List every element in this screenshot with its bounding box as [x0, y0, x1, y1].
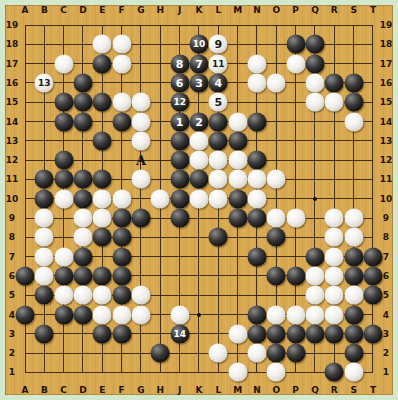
stone-white-M12[interactable]: [228, 151, 247, 170]
stone-black-S16[interactable]: [344, 73, 363, 92]
move-number: 5: [215, 97, 223, 108]
coord-label-left: 17: [6, 59, 19, 68]
stone-black-O6[interactable]: [267, 266, 286, 285]
stone-black-L14[interactable]: [209, 112, 228, 131]
stone-black-L16[interactable]: 4: [209, 73, 228, 92]
go-board[interactable]: AABBCCDDEEFFGGHHJJKKLLMMNNOOPPQQRRSSTT19…: [5, 5, 393, 395]
coord-label-left: 12: [6, 156, 19, 165]
stone-white-G5[interactable]: [131, 286, 150, 305]
stone-black-C6[interactable]: [54, 266, 73, 285]
stone-black-N7[interactable]: [247, 247, 266, 266]
grid-line-horizontal: [25, 372, 373, 373]
coord-label-bottom: J: [178, 386, 181, 395]
coord-label-bottom: O: [273, 386, 281, 395]
stone-white-B7[interactable]: [35, 247, 54, 266]
stone-black-B10[interactable]: [35, 189, 54, 208]
stone-white-M11[interactable]: [228, 170, 247, 189]
stone-black-C11[interactable]: [54, 170, 73, 189]
stone-black-H2[interactable]: [151, 344, 170, 363]
move-number: 14: [173, 329, 186, 338]
coord-label-top: H: [157, 6, 165, 15]
coord-label-left: 10: [6, 194, 19, 203]
coord-label-right: 4: [383, 310, 389, 319]
coord-label-top: S: [350, 6, 356, 15]
stone-black-Q3[interactable]: [305, 324, 324, 343]
stone-white-K13[interactable]: [189, 131, 208, 150]
stone-black-T3[interactable]: [363, 324, 382, 343]
stone-black-D16[interactable]: [73, 73, 92, 92]
coord-label-top: R: [331, 6, 338, 15]
coord-label-right: 1: [383, 368, 389, 377]
stone-black-D4[interactable]: [73, 305, 92, 324]
stone-white-E9[interactable]: [93, 209, 112, 228]
move-number: 2: [195, 116, 203, 127]
coord-label-right: 16: [380, 78, 393, 87]
stone-black-J11[interactable]: [170, 170, 189, 189]
stone-white-N17[interactable]: [247, 54, 266, 73]
stone-black-N9[interactable]: [247, 209, 266, 228]
stone-black-C14[interactable]: [54, 112, 73, 131]
stone-white-S8[interactable]: [344, 228, 363, 247]
stone-white-D9[interactable]: [73, 209, 92, 228]
stone-black-S6[interactable]: [344, 266, 363, 285]
stone-black-J9[interactable]: [170, 209, 189, 228]
stone-white-S5[interactable]: [344, 286, 363, 305]
stone-white-R8[interactable]: [325, 228, 344, 247]
grid-line-horizontal: [25, 353, 373, 354]
coord-label-bottom: L: [215, 386, 221, 395]
move-number: 13: [38, 78, 51, 87]
stone-black-O3[interactable]: [267, 324, 286, 343]
coord-label-right: 9: [383, 214, 389, 223]
stone-white-L10[interactable]: [209, 189, 228, 208]
stone-white-G14[interactable]: [131, 112, 150, 131]
move-number: 11: [212, 59, 225, 68]
coord-label-top: D: [79, 6, 86, 15]
coord-label-top: E: [99, 6, 105, 15]
stone-white-N10[interactable]: [247, 189, 266, 208]
stone-white-C7[interactable]: [54, 247, 73, 266]
move-number: 10: [193, 40, 206, 49]
stone-black-F9[interactable]: [112, 209, 131, 228]
stone-black-D15[interactable]: [73, 93, 92, 112]
stone-black-D7[interactable]: [73, 247, 92, 266]
stone-white-F18[interactable]: [112, 35, 131, 54]
stone-white-R5[interactable]: [325, 286, 344, 305]
stone-black-A4[interactable]: [16, 305, 35, 324]
stone-white-M14[interactable]: [228, 112, 247, 131]
stone-black-J13[interactable]: [170, 131, 189, 150]
coord-label-left: 2: [9, 349, 15, 358]
stone-black-N14[interactable]: [247, 112, 266, 131]
move-number: 4: [215, 77, 223, 88]
stone-white-G13[interactable]: [131, 131, 150, 150]
coord-label-left: 11: [6, 175, 19, 184]
stone-black-S15[interactable]: [344, 93, 363, 112]
stone-black-E6[interactable]: [93, 266, 112, 285]
stone-black-K16[interactable]: 3: [189, 73, 208, 92]
coord-label-top: B: [41, 6, 48, 15]
coord-label-bottom: D: [79, 386, 86, 395]
stone-black-E15[interactable]: [93, 93, 112, 112]
coord-label-right: 2: [383, 349, 389, 358]
coord-label-left: 6: [9, 271, 15, 280]
coord-label-top: Q: [311, 6, 319, 15]
stone-white-O1[interactable]: [267, 363, 286, 382]
stone-black-K14[interactable]: 2: [189, 112, 208, 131]
stone-black-G9[interactable]: [131, 209, 150, 228]
stone-white-D5[interactable]: [73, 286, 92, 305]
stone-black-L13[interactable]: [209, 131, 228, 150]
coord-label-top: K: [195, 6, 202, 15]
stone-white-F10[interactable]: [112, 189, 131, 208]
coord-label-bottom: S: [350, 386, 356, 395]
coord-label-left: 1: [9, 368, 15, 377]
stone-white-O11[interactable]: [267, 170, 286, 189]
stone-black-J14[interactable]: 1: [170, 112, 189, 131]
coord-label-right: 12: [380, 156, 393, 165]
coord-label-top: C: [60, 6, 67, 15]
coord-label-right: 7: [383, 252, 389, 261]
coord-label-right: 8: [383, 233, 389, 242]
stone-black-Q18[interactable]: [305, 35, 324, 54]
stone-black-S3[interactable]: [344, 324, 363, 343]
stone-white-R6[interactable]: [325, 266, 344, 285]
stone-white-L15[interactable]: 5: [209, 93, 228, 112]
coord-label-bottom: H: [157, 386, 165, 395]
stone-black-A6[interactable]: [16, 266, 35, 285]
stone-white-O4[interactable]: [267, 305, 286, 324]
move-number: 1: [176, 116, 184, 127]
stone-white-M3[interactable]: [228, 324, 247, 343]
coord-label-left: 9: [9, 214, 15, 223]
stone-black-O2[interactable]: [267, 344, 286, 363]
stone-white-B8[interactable]: [35, 228, 54, 247]
stone-white-E4[interactable]: [93, 305, 112, 324]
stone-black-J17[interactable]: 8: [170, 54, 189, 73]
coord-label-top: T: [370, 6, 376, 15]
coord-label-right: 19: [380, 21, 393, 30]
coord-label-left: 14: [6, 117, 19, 126]
stone-white-F17[interactable]: [112, 54, 131, 73]
stone-black-D14[interactable]: [73, 112, 92, 131]
move-number: 6: [176, 77, 184, 88]
stone-black-F6[interactable]: [112, 266, 131, 285]
stone-white-N11[interactable]: [247, 170, 266, 189]
stone-black-F8[interactable]: [112, 228, 131, 247]
stone-black-K11[interactable]: [189, 170, 208, 189]
stone-black-B5[interactable]: [35, 286, 54, 305]
stone-black-F7[interactable]: [112, 247, 131, 266]
stone-black-C12[interactable]: [54, 151, 73, 170]
grid-line-vertical: [372, 25, 373, 372]
stone-black-M9[interactable]: [228, 209, 247, 228]
coord-label-bottom: B: [41, 386, 48, 395]
coord-label-bottom: N: [253, 386, 261, 395]
coord-label-top: J: [178, 6, 181, 15]
stone-white-B16[interactable]: 13: [35, 73, 54, 92]
stone-white-S1[interactable]: [344, 363, 363, 382]
coord-label-left: 19: [6, 21, 19, 30]
stone-white-O16[interactable]: [267, 73, 286, 92]
coord-label-right: 11: [380, 175, 393, 184]
stone-black-D11[interactable]: [73, 170, 92, 189]
coord-label-bottom: T: [370, 386, 376, 395]
stone-black-K17[interactable]: 7: [189, 54, 208, 73]
stone-white-P9[interactable]: [286, 209, 305, 228]
coord-label-right: 5: [383, 291, 389, 300]
stone-black-F14[interactable]: [112, 112, 131, 131]
coord-label-bottom: P: [292, 386, 299, 395]
stone-black-D10[interactable]: [73, 189, 92, 208]
stone-black-K18[interactable]: 10: [189, 35, 208, 54]
coord-label-bottom: Q: [311, 386, 319, 395]
stone-white-G4[interactable]: [131, 305, 150, 324]
stone-white-L12[interactable]: [209, 151, 228, 170]
coord-label-right: 10: [380, 194, 393, 203]
stone-black-N3[interactable]: [247, 324, 266, 343]
coord-label-bottom: A: [22, 386, 29, 395]
screenshot-frame: AABBCCDDEEFFGGHHJJKKLLMMNNOOPPQQRRSSTT19…: [0, 0, 398, 400]
coord-label-left: 7: [9, 252, 15, 261]
coord-label-bottom: F: [119, 386, 125, 395]
stone-white-G11[interactable]: [131, 170, 150, 189]
stone-white-S14[interactable]: [344, 112, 363, 131]
coord-label-bottom: K: [195, 386, 202, 395]
coord-label-right: 18: [380, 40, 393, 49]
coord-label-left: 8: [9, 233, 15, 242]
stone-white-L2[interactable]: [209, 344, 228, 363]
coord-label-bottom: C: [60, 386, 67, 395]
stone-white-B9[interactable]: [35, 209, 54, 228]
stone-black-F5[interactable]: [112, 286, 131, 305]
stone-white-E5[interactable]: [93, 286, 112, 305]
coord-label-right: 14: [380, 117, 393, 126]
stone-white-P17[interactable]: [286, 54, 305, 73]
stone-white-R4[interactable]: [325, 305, 344, 324]
stone-black-S2[interactable]: [344, 344, 363, 363]
stone-white-R9[interactable]: [325, 209, 344, 228]
stone-white-Q5[interactable]: [305, 286, 324, 305]
coord-label-top: A: [22, 6, 29, 15]
stone-white-L17[interactable]: 11: [209, 54, 228, 73]
stone-black-J3[interactable]: 14: [170, 324, 189, 343]
coord-label-top: O: [273, 6, 281, 15]
move-number: 8: [176, 58, 184, 69]
stone-white-Q16[interactable]: [305, 73, 324, 92]
coord-label-top: P: [292, 6, 299, 15]
coord-label-bottom: G: [137, 386, 144, 395]
coord-label-left: 13: [6, 136, 19, 145]
stone-white-Q6[interactable]: [305, 266, 324, 285]
coord-label-right: 17: [380, 59, 393, 68]
stone-black-N4[interactable]: [247, 305, 266, 324]
stone-white-E10[interactable]: [93, 189, 112, 208]
stone-white-P4[interactable]: [286, 305, 305, 324]
stone-white-D8[interactable]: [73, 228, 92, 247]
coord-label-left: 16: [6, 78, 19, 87]
star-point: [197, 313, 201, 317]
move-number: 9: [215, 39, 223, 50]
stone-white-B6[interactable]: [35, 266, 54, 285]
stone-black-J16[interactable]: 6: [170, 73, 189, 92]
stone-white-O9[interactable]: [267, 209, 286, 228]
stone-white-F15[interactable]: [112, 93, 131, 112]
stone-white-Q4[interactable]: [305, 305, 324, 324]
stone-black-J10[interactable]: [170, 189, 189, 208]
coord-label-right: 13: [380, 136, 393, 145]
stone-black-C4[interactable]: [54, 305, 73, 324]
move-number: 3: [195, 77, 203, 88]
coord-label-right: 3: [383, 329, 389, 338]
stone-black-E8[interactable]: [93, 228, 112, 247]
stone-black-J12[interactable]: [170, 151, 189, 170]
coord-label-top: N: [253, 6, 261, 15]
coord-label-top: F: [119, 6, 125, 15]
stone-white-G15[interactable]: [131, 93, 150, 112]
stone-white-L11[interactable]: [209, 170, 228, 189]
stone-white-N16[interactable]: [247, 73, 266, 92]
stone-black-M13[interactable]: [228, 131, 247, 150]
stone-white-F4[interactable]: [112, 305, 131, 324]
stone-white-Q15[interactable]: [305, 93, 324, 112]
stone-black-S7[interactable]: [344, 247, 363, 266]
stone-black-P18[interactable]: [286, 35, 305, 54]
stone-white-C5[interactable]: [54, 286, 73, 305]
stone-white-N2[interactable]: [247, 344, 266, 363]
coord-label-left: 15: [6, 98, 19, 107]
stone-black-Q7[interactable]: [305, 247, 324, 266]
stone-black-E3[interactable]: [93, 324, 112, 343]
stone-black-F3[interactable]: [112, 324, 131, 343]
stone-white-R7[interactable]: [325, 247, 344, 266]
coord-label-bottom: E: [99, 386, 105, 395]
coord-label-bottom: R: [331, 386, 338, 395]
annotation-A: A: [136, 153, 146, 168]
stone-black-T6[interactable]: [363, 266, 382, 285]
stone-black-P6[interactable]: [286, 266, 305, 285]
stone-black-S4[interactable]: [344, 305, 363, 324]
stone-black-N12[interactable]: [247, 151, 266, 170]
stone-black-P2[interactable]: [286, 344, 305, 363]
stone-white-E18[interactable]: [93, 35, 112, 54]
stone-white-R15[interactable]: [325, 93, 344, 112]
stone-black-J15[interactable]: 12: [170, 93, 189, 112]
coord-label-left: 4: [9, 310, 15, 319]
stone-black-C15[interactable]: [54, 93, 73, 112]
stone-black-E13[interactable]: [93, 131, 112, 150]
stone-black-R3[interactable]: [325, 324, 344, 343]
stone-black-T7[interactable]: [363, 247, 382, 266]
stone-black-T5[interactable]: [363, 286, 382, 305]
star-point: [313, 197, 317, 201]
coord-label-left: 18: [6, 40, 19, 49]
stone-black-E17[interactable]: [93, 54, 112, 73]
stone-black-B3[interactable]: [35, 324, 54, 343]
stone-white-C17[interactable]: [54, 54, 73, 73]
stone-white-K10[interactable]: [189, 189, 208, 208]
coord-label-left: 3: [9, 329, 15, 338]
stone-black-E11[interactable]: [93, 170, 112, 189]
stone-white-K12[interactable]: [189, 151, 208, 170]
coord-label-right: 6: [383, 271, 389, 280]
coord-label-top: L: [215, 6, 221, 15]
stone-white-H10[interactable]: [151, 189, 170, 208]
stone-white-C10[interactable]: [54, 189, 73, 208]
stone-black-Q17[interactable]: [305, 54, 324, 73]
stone-black-O8[interactable]: [267, 228, 286, 247]
coord-label-bottom: M: [233, 386, 242, 395]
stone-black-D6[interactable]: [73, 266, 92, 285]
stone-white-M1[interactable]: [228, 363, 247, 382]
stone-black-B11[interactable]: [35, 170, 54, 189]
stone-black-M10[interactable]: [228, 189, 247, 208]
coord-label-left: 5: [9, 291, 15, 300]
stone-black-R16[interactable]: [325, 73, 344, 92]
stone-white-S9[interactable]: [344, 209, 363, 228]
move-number: 7: [195, 58, 203, 69]
coord-label-top: G: [137, 6, 144, 15]
stone-black-L8[interactable]: [209, 228, 228, 247]
stone-white-L18[interactable]: 9: [209, 35, 228, 54]
move-number: 12: [173, 98, 186, 107]
coord-label-right: 15: [380, 98, 393, 107]
stone-black-P3[interactable]: [286, 324, 305, 343]
stone-white-J4[interactable]: [170, 305, 189, 324]
coord-label-top: M: [233, 6, 242, 15]
stone-black-R1[interactable]: [325, 363, 344, 382]
